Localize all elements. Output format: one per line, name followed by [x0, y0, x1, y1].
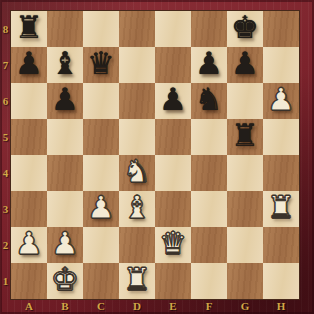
piece-white-knight[interactable]: ♞: [123, 156, 151, 187]
piece-black-king[interactable]: ♚: [231, 12, 259, 43]
piece-white-pawn[interactable]: ♟: [15, 228, 43, 259]
square-a3[interactable]: [11, 191, 47, 227]
piece-black-rook[interactable]: ♜: [15, 12, 43, 43]
square-h3[interactable]: ♜: [263, 191, 299, 227]
rank-label-8: 8: [0, 11, 11, 47]
square-d8[interactable]: [119, 11, 155, 47]
square-e6[interactable]: ♟: [155, 83, 191, 119]
square-d1[interactable]: ♜: [119, 263, 155, 299]
square-h4[interactable]: [263, 155, 299, 191]
square-a2[interactable]: ♟: [11, 227, 47, 263]
piece-black-pawn[interactable]: ♟: [159, 84, 187, 115]
square-d7[interactable]: [119, 47, 155, 83]
square-e7[interactable]: [155, 47, 191, 83]
piece-black-pawn[interactable]: ♟: [231, 48, 259, 79]
file-label-f: F: [191, 299, 227, 314]
rank-label-1: 1: [0, 263, 11, 299]
piece-black-rook[interactable]: ♜: [231, 120, 259, 151]
square-g6[interactable]: [227, 83, 263, 119]
square-g3[interactable]: [227, 191, 263, 227]
square-f8[interactable]: [191, 11, 227, 47]
piece-black-pawn[interactable]: ♟: [195, 48, 223, 79]
square-e3[interactable]: [155, 191, 191, 227]
rank-label-2: 2: [0, 227, 11, 263]
square-f4[interactable]: [191, 155, 227, 191]
square-d4[interactable]: ♞: [119, 155, 155, 191]
piece-white-king[interactable]: ♚: [51, 264, 79, 295]
square-e4[interactable]: [155, 155, 191, 191]
square-a8[interactable]: ♜: [11, 11, 47, 47]
square-a1[interactable]: [11, 263, 47, 299]
square-e1[interactable]: [155, 263, 191, 299]
file-coordinates: ABCDEFGH: [11, 299, 299, 314]
piece-black-pawn[interactable]: ♟: [15, 48, 43, 79]
square-h5[interactable]: [263, 119, 299, 155]
square-b2[interactable]: ♟: [47, 227, 83, 263]
square-b5[interactable]: [47, 119, 83, 155]
file-label-g: G: [227, 299, 263, 314]
square-g2[interactable]: [227, 227, 263, 263]
square-e8[interactable]: [155, 11, 191, 47]
file-label-b: B: [47, 299, 83, 314]
square-c5[interactable]: [83, 119, 119, 155]
square-c7[interactable]: ♛: [83, 47, 119, 83]
square-e2[interactable]: ♛: [155, 227, 191, 263]
square-h6[interactable]: ♟: [263, 83, 299, 119]
square-c8[interactable]: [83, 11, 119, 47]
square-c4[interactable]: [83, 155, 119, 191]
piece-black-pawn[interactable]: ♟: [51, 84, 79, 115]
square-c2[interactable]: [83, 227, 119, 263]
square-a4[interactable]: [11, 155, 47, 191]
piece-white-rook[interactable]: ♜: [267, 192, 295, 223]
rank-label-4: 4: [0, 155, 11, 191]
square-f1[interactable]: [191, 263, 227, 299]
square-d5[interactable]: [119, 119, 155, 155]
square-g8[interactable]: ♚: [227, 11, 263, 47]
file-label-h: H: [263, 299, 299, 314]
rank-label-5: 5: [0, 119, 11, 155]
square-a6[interactable]: [11, 83, 47, 119]
square-c6[interactable]: [83, 83, 119, 119]
square-d6[interactable]: [119, 83, 155, 119]
square-g4[interactable]: [227, 155, 263, 191]
piece-white-rook[interactable]: ♜: [123, 264, 151, 295]
square-h1[interactable]: [263, 263, 299, 299]
chessboard-frame: ♜♚♟♝♛♟♟♟♟♞♟♜♞♟♝♜♟♟♛♚♜ 87654321 ABCDEFGH: [0, 0, 314, 314]
square-g1[interactable]: [227, 263, 263, 299]
square-g5[interactable]: ♜: [227, 119, 263, 155]
chess-board: ♜♚♟♝♛♟♟♟♟♞♟♜♞♟♝♜♟♟♛♚♜: [11, 11, 299, 299]
file-label-c: C: [83, 299, 119, 314]
piece-white-queen[interactable]: ♛: [159, 228, 187, 259]
square-a5[interactable]: [11, 119, 47, 155]
square-f5[interactable]: [191, 119, 227, 155]
piece-white-pawn[interactable]: ♟: [267, 84, 295, 115]
square-a7[interactable]: ♟: [11, 47, 47, 83]
piece-black-bishop[interactable]: ♝: [51, 48, 79, 79]
square-e5[interactable]: [155, 119, 191, 155]
square-b8[interactable]: [47, 11, 83, 47]
piece-black-queen[interactable]: ♛: [87, 48, 115, 79]
piece-white-pawn[interactable]: ♟: [51, 228, 79, 259]
square-b6[interactable]: ♟: [47, 83, 83, 119]
file-label-e: E: [155, 299, 191, 314]
rank-label-6: 6: [0, 83, 11, 119]
square-b7[interactable]: ♝: [47, 47, 83, 83]
rank-label-7: 7: [0, 47, 11, 83]
piece-black-knight[interactable]: ♞: [195, 84, 223, 115]
square-b1[interactable]: ♚: [47, 263, 83, 299]
file-label-a: A: [11, 299, 47, 314]
rank-label-3: 3: [0, 191, 11, 227]
square-f7[interactable]: ♟: [191, 47, 227, 83]
square-b3[interactable]: [47, 191, 83, 227]
square-d3[interactable]: ♝: [119, 191, 155, 227]
square-f3[interactable]: [191, 191, 227, 227]
square-c3[interactable]: ♟: [83, 191, 119, 227]
square-f6[interactable]: ♞: [191, 83, 227, 119]
piece-white-bishop[interactable]: ♝: [123, 192, 151, 223]
square-f2[interactable]: [191, 227, 227, 263]
piece-white-pawn[interactable]: ♟: [87, 192, 115, 223]
rank-coordinates: 87654321: [0, 11, 11, 299]
square-g7[interactable]: ♟: [227, 47, 263, 83]
square-b4[interactable]: [47, 155, 83, 191]
square-c1[interactable]: [83, 263, 119, 299]
file-label-d: D: [119, 299, 155, 314]
square-d2[interactable]: [119, 227, 155, 263]
square-h2[interactable]: [263, 227, 299, 263]
square-h7[interactable]: [263, 47, 299, 83]
square-h8[interactable]: [263, 11, 299, 47]
